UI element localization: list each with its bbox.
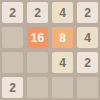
tile-16: 16 [27,27,48,48]
empty-cell [2,52,23,73]
tile-4: 4 [77,27,98,48]
tile-8: 8 [52,27,73,48]
board-grid: 22421684422 [2,2,98,98]
empty-cell [2,27,23,48]
tile-2: 2 [77,52,98,73]
tile-2: 2 [27,2,48,23]
tile-2: 2 [2,77,23,98]
game-board-2048[interactable]: 22421684422 [0,0,100,100]
tile-4: 4 [52,52,73,73]
empty-cell [52,77,73,98]
empty-cell [27,52,48,73]
tile-2: 2 [77,2,98,23]
tile-2: 2 [2,2,23,23]
empty-cell [27,77,48,98]
tile-4: 4 [52,2,73,23]
empty-cell [77,77,98,98]
